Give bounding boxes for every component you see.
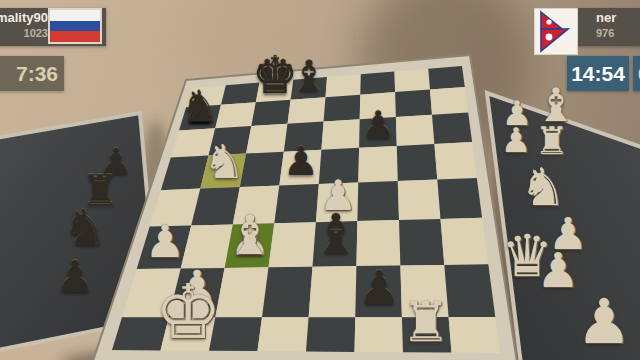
black-player-rating: 976 xyxy=(596,26,616,40)
captured-white-pawn: ♟ xyxy=(536,246,579,294)
square-g4[interactable] xyxy=(398,180,441,221)
square-e1[interactable] xyxy=(306,317,355,352)
piece-white-pawn-a3[interactable]: ♟ xyxy=(145,219,185,264)
piece-white-knight-b5[interactable]: ♞ xyxy=(203,138,245,185)
square-g8[interactable] xyxy=(395,69,431,92)
square-b7[interactable] xyxy=(215,102,256,128)
square-h2[interactable] xyxy=(444,264,495,317)
square-h1[interactable] xyxy=(449,317,500,353)
captured-white-pawn: ♟ xyxy=(501,123,531,157)
square-e7[interactable] xyxy=(324,95,361,122)
square-h3[interactable] xyxy=(441,218,489,265)
square-h7[interactable] xyxy=(430,87,468,115)
captured-white-rook: ♜ xyxy=(535,122,569,160)
piece-white-rook-g1[interactable]: ♜ xyxy=(401,295,450,350)
piece-black-pawn-f6[interactable]: ♟ xyxy=(361,106,395,144)
square-g5[interactable] xyxy=(397,144,438,181)
square-h6[interactable] xyxy=(432,113,472,145)
piece-black-pawn-d5[interactable]: ♟ xyxy=(283,141,319,181)
white-clock: 7:36 xyxy=(0,56,64,91)
captured-white-knight: ♞ xyxy=(520,161,567,213)
captured-white-pawn: ♟ xyxy=(576,291,632,353)
square-e8[interactable] xyxy=(326,74,361,97)
player-card-black: ner 976 xyxy=(577,8,640,46)
nepal-flag-icon xyxy=(535,9,577,54)
square-e2[interactable] xyxy=(309,266,357,317)
square-c6[interactable] xyxy=(246,124,287,154)
square-d2[interactable] xyxy=(262,267,313,318)
square-h4[interactable] xyxy=(437,178,482,219)
piece-white-bishop-c3[interactable]: ♝ xyxy=(225,208,274,263)
square-g6[interactable] xyxy=(396,115,435,146)
piece-black-queen-c8[interactable]: ♛ xyxy=(253,52,297,101)
square-f5[interactable] xyxy=(358,146,398,183)
piece-black-bishop-e3[interactable]: ♝ xyxy=(311,207,360,262)
black-player-name: ner xyxy=(596,10,616,26)
square-g3[interactable] xyxy=(399,219,444,266)
square-f4[interactable] xyxy=(357,181,399,221)
white-player-name: mality90 xyxy=(0,10,48,26)
captured-black-pawn: ♟ xyxy=(55,255,94,299)
square-c5[interactable] xyxy=(240,152,284,187)
white-player-rating: 1023 xyxy=(0,26,48,40)
piece-white-king-b1[interactable]: ♚ xyxy=(154,275,221,350)
piece-black-pawn-f2[interactable]: ♟ xyxy=(358,264,400,311)
square-g7[interactable] xyxy=(395,90,432,117)
black-counter: 0 xyxy=(633,56,640,91)
captured-black-knight: ♞ xyxy=(63,203,108,253)
square-f8[interactable] xyxy=(360,72,395,95)
square-d3[interactable] xyxy=(269,222,316,267)
square-f1[interactable] xyxy=(355,317,404,352)
square-h8[interactable] xyxy=(428,66,465,90)
square-d1[interactable] xyxy=(258,317,309,351)
square-h5[interactable] xyxy=(434,142,476,179)
player-card-white: mality90 1023 xyxy=(0,8,106,46)
piece-black-knight-a7[interactable]: ♞ xyxy=(181,85,220,128)
russia-flag-icon xyxy=(50,10,100,42)
square-e6[interactable] xyxy=(321,119,359,150)
